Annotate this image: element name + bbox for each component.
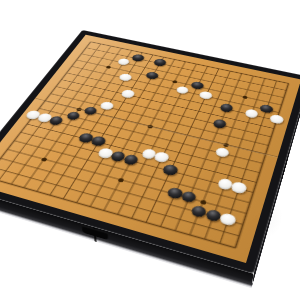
- board-surface: [0, 35, 300, 263]
- product-photo-scene: [0, 0, 300, 300]
- camera-wrap: [15, 5, 285, 275]
- board-rim-frame: [0, 30, 300, 274]
- go-board: [0, 42, 300, 288]
